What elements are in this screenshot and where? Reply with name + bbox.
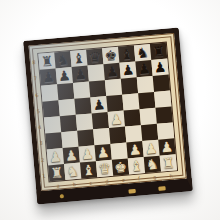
white-knight[interactable]: ♞ [66, 163, 80, 180]
black-bishop[interactable]: ♝ [120, 46, 134, 63]
square-b2[interactable]: ♟ [63, 147, 80, 164]
file-label: b [73, 180, 77, 188]
file-label: d [105, 177, 109, 185]
square-a1[interactable]: ♜ [48, 164, 65, 181]
square-c1[interactable]: ♝ [80, 161, 97, 178]
square-g1[interactable]: ♞ [144, 156, 161, 173]
square-f8[interactable]: ♝ [118, 45, 135, 62]
white-rook[interactable]: ♜ [161, 154, 175, 171]
white-bishop[interactable]: ♝ [129, 157, 143, 174]
square-h1[interactable]: ♜ [160, 154, 177, 171]
white-pawn[interactable]: ♟ [96, 144, 110, 161]
square-g5[interactable] [138, 92, 155, 109]
square-d1[interactable]: ♛ [96, 160, 113, 177]
square-b5[interactable] [58, 99, 75, 116]
brass-clasp-icon [158, 186, 165, 191]
white-pawn[interactable]: ♟ [64, 147, 78, 164]
square-b8[interactable]: ♞ [54, 51, 71, 68]
square-c6[interactable] [73, 82, 90, 99]
white-knight[interactable]: ♞ [145, 156, 159, 173]
square-d7[interactable] [88, 64, 105, 81]
square-f1[interactable]: ♝ [128, 157, 145, 174]
square-e7[interactable]: ♟ [103, 63, 120, 80]
square-d4[interactable] [92, 112, 109, 129]
square-e8[interactable]: ♚ [102, 47, 119, 64]
square-h3[interactable] [157, 122, 174, 139]
board-border: ♜♞♝♛♚♝♞♜♟♟♟♟♟♟♟♟♟♟♟♟♟♟♟♟♜♞♝♛♚♝♞♜ abcdefg… [29, 33, 187, 191]
black-pawn[interactable]: ♟ [105, 63, 119, 80]
white-king[interactable]: ♚ [114, 159, 128, 176]
square-f6[interactable] [121, 77, 138, 94]
square-d3[interactable] [93, 128, 110, 145]
square-g8[interactable]: ♞ [134, 44, 151, 61]
square-c5[interactable] [74, 97, 91, 114]
white-pawn[interactable]: ♟ [80, 145, 94, 162]
square-d5[interactable]: ♟ [90, 96, 107, 113]
brass-clasp-icon [128, 189, 135, 194]
black-pawn[interactable]: ♟ [57, 67, 71, 84]
white-pawn[interactable]: ♟ [160, 138, 174, 155]
brass-hinge-icon [60, 194, 64, 198]
black-pawn[interactable]: ♟ [153, 59, 167, 76]
square-h6[interactable] [153, 75, 170, 92]
chess-board: ♜♞♝♛♚♝♞♜♟♟♟♟♟♟♟♟♟♟♟♟♟♟♟♟♜♞♝♛♚♝♞♜ [37, 42, 178, 183]
rank-label: 2 [38, 156, 46, 163]
square-h2[interactable]: ♟ [158, 138, 175, 155]
rank-label: 8 [30, 59, 38, 66]
square-a3[interactable] [45, 132, 62, 149]
rank-label: 1 [40, 172, 48, 179]
square-a7[interactable]: ♟ [40, 68, 57, 85]
square-h5[interactable] [154, 90, 171, 107]
black-queen[interactable]: ♛ [88, 48, 102, 65]
white-rook[interactable]: ♜ [50, 164, 64, 181]
square-e2[interactable] [110, 142, 127, 159]
square-a4[interactable] [44, 116, 61, 133]
square-b7[interactable]: ♟ [56, 67, 73, 84]
square-h8[interactable]: ♜ [150, 43, 167, 60]
square-b4[interactable] [60, 115, 77, 132]
square-g7[interactable]: ♟ [135, 60, 152, 77]
square-d2[interactable]: ♟ [95, 144, 112, 161]
square-d8[interactable]: ♛ [86, 48, 103, 65]
square-f2[interactable]: ♟ [126, 141, 143, 158]
white-pawn[interactable]: ♟ [128, 141, 142, 158]
square-f5[interactable] [122, 93, 139, 110]
white-pawn[interactable]: ♟ [109, 111, 123, 128]
rank-label: 5 [34, 108, 42, 115]
square-d6[interactable] [89, 80, 106, 97]
product-photo-scene: ♜♞♝♛♚♝♞♜♟♟♟♟♟♟♟♟♟♟♟♟♟♟♟♟♜♞♝♛♚♝♞♜ abcdefg… [0, 0, 220, 220]
file-label: a [56, 181, 60, 189]
square-g3[interactable] [141, 124, 158, 141]
square-e1[interactable]: ♚ [112, 158, 129, 175]
black-knight[interactable]: ♞ [136, 44, 150, 61]
black-bishop[interactable]: ♝ [72, 50, 86, 67]
file-label: c [89, 179, 92, 187]
chess-set: ♜♞♝♛♚♝♞♜♟♟♟♟♟♟♟♟♟♟♟♟♟♟♟♟♜♞♝♛♚♝♞♜ abcdefg… [23, 28, 193, 205]
black-pawn[interactable]: ♟ [137, 60, 151, 77]
square-c2[interactable]: ♟ [79, 145, 96, 162]
square-e6[interactable] [105, 79, 122, 96]
white-bishop[interactable]: ♝ [82, 161, 96, 178]
square-g6[interactable] [137, 76, 154, 93]
square-a5[interactable] [43, 100, 60, 117]
square-h4[interactable] [155, 106, 172, 123]
square-a6[interactable] [41, 84, 58, 101]
square-b3[interactable] [61, 131, 78, 148]
square-b6[interactable] [57, 83, 74, 100]
square-e4[interactable]: ♟ [108, 111, 125, 128]
square-f3[interactable] [125, 125, 142, 142]
black-knight[interactable]: ♞ [56, 51, 70, 68]
square-c4[interactable] [76, 113, 93, 130]
black-pawn[interactable]: ♟ [73, 66, 87, 83]
square-c8[interactable]: ♝ [70, 50, 87, 67]
white-pawn[interactable]: ♟ [144, 140, 158, 157]
square-b1[interactable]: ♞ [64, 163, 81, 180]
square-g2[interactable]: ♟ [142, 140, 159, 157]
white-queen[interactable]: ♛ [98, 160, 112, 177]
black-pawn[interactable]: ♟ [121, 62, 135, 79]
square-h7[interactable]: ♟ [151, 59, 168, 76]
rank-label: 6 [33, 91, 41, 98]
square-c7[interactable]: ♟ [72, 66, 89, 83]
square-e3[interactable] [109, 127, 126, 144]
square-g4[interactable] [140, 108, 157, 125]
black-rook[interactable]: ♜ [40, 53, 54, 70]
square-f7[interactable]: ♟ [119, 61, 136, 78]
square-a8[interactable]: ♜ [38, 52, 55, 69]
black-pawn[interactable]: ♟ [92, 96, 106, 113]
file-label: g [153, 173, 157, 181]
file-label: f [138, 174, 140, 182]
black-rook[interactable]: ♜ [152, 43, 166, 60]
square-c3[interactable] [77, 129, 94, 146]
square-f4[interactable] [124, 109, 141, 126]
white-pawn[interactable]: ♟ [48, 148, 62, 165]
square-e5[interactable] [106, 95, 123, 112]
file-label: h [169, 172, 173, 180]
rank-label: 7 [31, 75, 39, 82]
square-a2[interactable]: ♟ [47, 148, 64, 165]
black-king[interactable]: ♚ [104, 47, 118, 64]
black-pawn[interactable]: ♟ [41, 69, 55, 86]
rank-label: 4 [35, 124, 43, 131]
folding-box-frame: ♜♞♝♛♚♝♞♜♟♟♟♟♟♟♟♟♟♟♟♟♟♟♟♟♜♞♝♛♚♝♞♜ abcdefg… [23, 28, 193, 205]
rank-label: 3 [37, 140, 45, 147]
file-label: e [121, 176, 125, 184]
